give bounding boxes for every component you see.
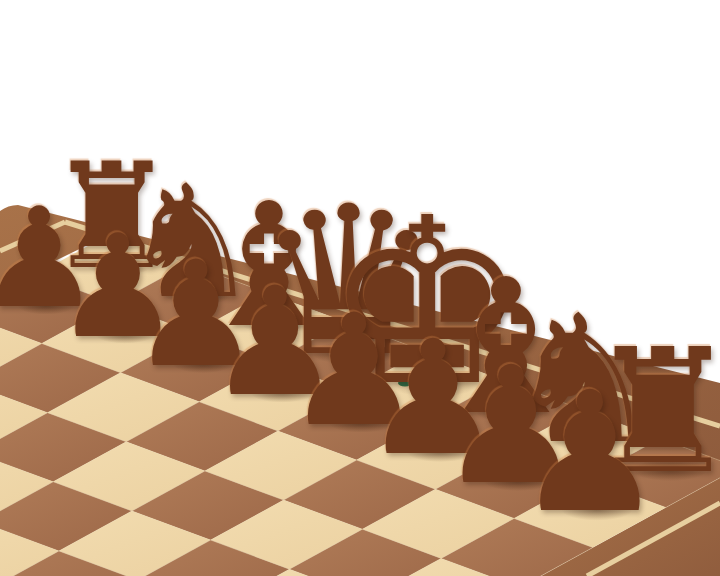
piece-h7-pawn[interactable]: ♟	[516, 370, 665, 536]
chess-set-photo: ♜♞♟♝♟♛♟♚♟♝♟♞♟♜♟♟	[0, 0, 720, 576]
